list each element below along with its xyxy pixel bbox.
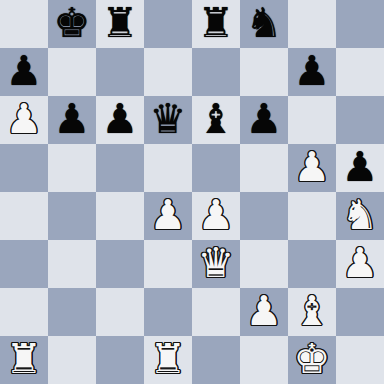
piece-black-rook[interactable]: ♜ <box>198 0 235 47</box>
square-b1[interactable] <box>48 336 96 384</box>
square-a6[interactable]: ♟ <box>0 96 48 144</box>
square-h8[interactable] <box>336 0 384 48</box>
piece-black-pawn[interactable]: ♟ <box>342 144 379 191</box>
square-f5[interactable] <box>240 144 288 192</box>
piece-white-pawn[interactable]: ♟ <box>150 192 187 239</box>
square-e1[interactable] <box>192 336 240 384</box>
square-d2[interactable] <box>144 288 192 336</box>
square-c3[interactable] <box>96 240 144 288</box>
piece-black-pawn[interactable]: ♟ <box>54 96 91 143</box>
square-f8[interactable]: ♞ <box>240 0 288 48</box>
square-a8[interactable] <box>0 0 48 48</box>
square-b7[interactable] <box>48 48 96 96</box>
piece-white-pawn[interactable]: ♟ <box>342 240 379 287</box>
square-b8[interactable]: ♚ <box>48 0 96 48</box>
square-g4[interactable] <box>288 192 336 240</box>
square-f1[interactable] <box>240 336 288 384</box>
piece-white-queen[interactable]: ♛ <box>198 240 235 287</box>
square-a2[interactable] <box>0 288 48 336</box>
piece-white-rook[interactable]: ♜ <box>6 336 43 383</box>
square-e7[interactable] <box>192 48 240 96</box>
square-b2[interactable] <box>48 288 96 336</box>
piece-black-pawn[interactable]: ♟ <box>6 48 43 95</box>
piece-black-rook[interactable]: ♜ <box>102 0 139 47</box>
square-d8[interactable] <box>144 0 192 48</box>
piece-black-pawn[interactable]: ♟ <box>102 96 139 143</box>
square-h7[interactable] <box>336 48 384 96</box>
square-h2[interactable] <box>336 288 384 336</box>
piece-white-pawn[interactable]: ♟ <box>246 288 283 335</box>
square-g7[interactable]: ♟ <box>288 48 336 96</box>
square-d5[interactable] <box>144 144 192 192</box>
piece-white-pawn[interactable]: ♟ <box>294 144 331 191</box>
square-d7[interactable] <box>144 48 192 96</box>
square-h6[interactable] <box>336 96 384 144</box>
piece-white-knight[interactable]: ♞ <box>342 192 379 239</box>
square-e2[interactable] <box>192 288 240 336</box>
square-e6[interactable]: ♝ <box>192 96 240 144</box>
square-c7[interactable] <box>96 48 144 96</box>
chess-board: ♚♜♜♞♟♟♟♟♟♛♝♟♟♟♟♟♞♛♟♟♝♜♜♚ <box>0 0 384 384</box>
piece-black-queen[interactable]: ♛ <box>150 96 187 143</box>
square-d4[interactable]: ♟ <box>144 192 192 240</box>
square-g5[interactable]: ♟ <box>288 144 336 192</box>
square-d1[interactable]: ♜ <box>144 336 192 384</box>
square-f3[interactable] <box>240 240 288 288</box>
square-h4[interactable]: ♞ <box>336 192 384 240</box>
square-e5[interactable] <box>192 144 240 192</box>
piece-black-king[interactable]: ♚ <box>54 0 91 47</box>
piece-white-pawn[interactable]: ♟ <box>198 192 235 239</box>
square-a3[interactable] <box>0 240 48 288</box>
piece-black-bishop[interactable]: ♝ <box>198 96 235 143</box>
piece-white-rook[interactable]: ♜ <box>150 336 187 383</box>
piece-black-knight[interactable]: ♞ <box>246 0 283 47</box>
square-a4[interactable] <box>0 192 48 240</box>
square-b3[interactable] <box>48 240 96 288</box>
square-a5[interactable] <box>0 144 48 192</box>
square-c1[interactable] <box>96 336 144 384</box>
square-a7[interactable]: ♟ <box>0 48 48 96</box>
square-h5[interactable]: ♟ <box>336 144 384 192</box>
piece-black-pawn[interactable]: ♟ <box>294 48 331 95</box>
square-g8[interactable] <box>288 0 336 48</box>
piece-black-pawn[interactable]: ♟ <box>246 96 283 143</box>
square-c4[interactable] <box>96 192 144 240</box>
square-d6[interactable]: ♛ <box>144 96 192 144</box>
square-e4[interactable]: ♟ <box>192 192 240 240</box>
square-d3[interactable] <box>144 240 192 288</box>
square-f4[interactable] <box>240 192 288 240</box>
square-b5[interactable] <box>48 144 96 192</box>
square-f6[interactable]: ♟ <box>240 96 288 144</box>
square-h3[interactable]: ♟ <box>336 240 384 288</box>
square-g3[interactable] <box>288 240 336 288</box>
square-f7[interactable] <box>240 48 288 96</box>
piece-white-pawn[interactable]: ♟ <box>6 96 43 143</box>
square-c8[interactable]: ♜ <box>96 0 144 48</box>
square-b4[interactable] <box>48 192 96 240</box>
square-e8[interactable]: ♜ <box>192 0 240 48</box>
square-e3[interactable]: ♛ <box>192 240 240 288</box>
square-c5[interactable] <box>96 144 144 192</box>
square-g6[interactable] <box>288 96 336 144</box>
square-f2[interactable]: ♟ <box>240 288 288 336</box>
square-g1[interactable]: ♚ <box>288 336 336 384</box>
piece-white-bishop[interactable]: ♝ <box>294 288 331 335</box>
square-c6[interactable]: ♟ <box>96 96 144 144</box>
square-b6[interactable]: ♟ <box>48 96 96 144</box>
square-c2[interactable] <box>96 288 144 336</box>
square-h1[interactable] <box>336 336 384 384</box>
piece-white-king[interactable]: ♚ <box>294 336 331 383</box>
square-a1[interactable]: ♜ <box>0 336 48 384</box>
square-g2[interactable]: ♝ <box>288 288 336 336</box>
